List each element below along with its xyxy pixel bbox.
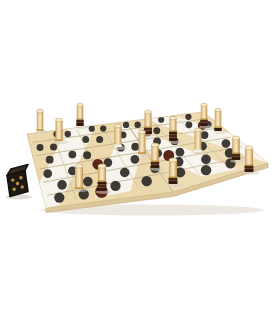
black-die: [7, 165, 28, 197]
product-photo: [0, 0, 280, 320]
wooden-peg: [35, 109, 49, 134]
wooden-peg: [75, 103, 89, 129]
board-game-scene: [0, 0, 280, 320]
